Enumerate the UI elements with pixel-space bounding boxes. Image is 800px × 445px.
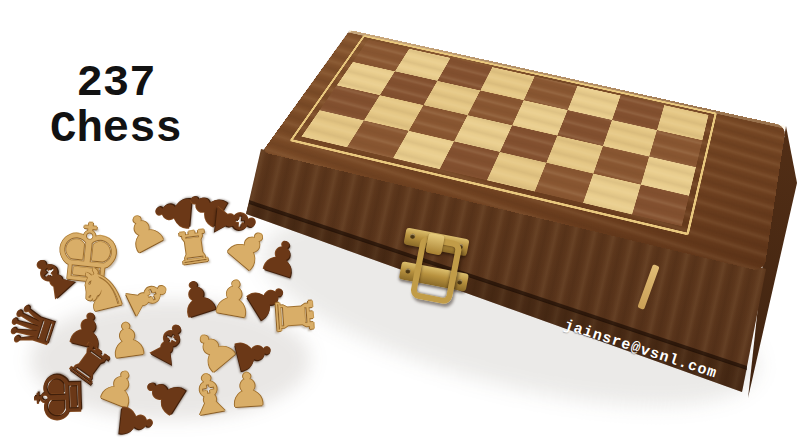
pile-piece-pawn-dark: ♟ xyxy=(176,177,236,236)
product-photo: 237 Chess jainsre@vsnl.com ♚♟♟♟♝♟♟♜♞♝♝♟♟… xyxy=(0,0,800,445)
pile-piece-pawn-dark: ♟ xyxy=(148,188,200,235)
product-name: Chess xyxy=(40,106,192,152)
pile-piece-king-light: ♚ xyxy=(48,210,128,297)
pile-piece-pawn-light: ♟ xyxy=(115,202,173,262)
pile-piece-rook-light: ♜ xyxy=(171,223,216,272)
brass-latch xyxy=(385,220,488,314)
pile-piece-bishop-dark: ♝ xyxy=(17,241,89,314)
product-label: 237 Chess xyxy=(40,60,192,152)
product-number: 237 xyxy=(40,60,192,106)
pile-drop-shadow xyxy=(30,300,310,420)
